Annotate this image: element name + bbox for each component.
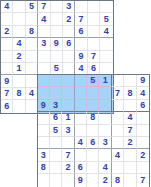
bottom-right-grid-cell-r1c8[interactable] — [124, 75, 136, 87]
bottom-right-grid-cell-r2c2[interactable] — [50, 87, 62, 99]
top-left-grid-cell-r1c2[interactable] — [13, 1, 25, 13]
top-left-grid-cell-r1c5[interactable] — [51, 1, 63, 13]
bottom-right-grid-cell-r9c3[interactable] — [62, 174, 74, 186]
bottom-right-grid-cell-r4c5[interactable]: 8 — [87, 112, 99, 124]
bottom-right-grid-cell-r4c1[interactable] — [38, 112, 50, 124]
top-left-grid-cell-r2c9[interactable]: 5 — [100, 13, 112, 25]
top-left-grid-cell-r2c6[interactable]: 2 — [63, 13, 75, 25]
bottom-right-grid-cell-r7c6[interactable] — [99, 149, 111, 161]
bottom-right-grid-cell-r8c4[interactable]: 6 — [75, 162, 87, 174]
top-left-grid-cell-r6c2[interactable]: 1 — [13, 63, 25, 75]
top-left-grid-cell-r1c4[interactable]: 7 — [38, 1, 50, 13]
bottom-right-grid-cell-r4c8[interactable]: 4 — [124, 112, 136, 124]
top-left-grid-cell-r4c3[interactable] — [26, 38, 38, 50]
top-left-grid-cell-r3c3[interactable]: 8 — [26, 26, 38, 38]
bottom-right-grid-cell-r4c9[interactable] — [137, 112, 149, 124]
top-left-grid-cell-r3c6[interactable] — [63, 26, 75, 38]
top-left-grid-cell-r4c6[interactable]: 6 — [63, 38, 75, 50]
bottom-right-grid-cell-r7c9[interactable]: 2 — [137, 149, 149, 161]
bottom-right-grid-cell-r8c8[interactable] — [124, 162, 136, 174]
bottom-right-grid-cell-r5c9[interactable] — [137, 125, 149, 137]
bottom-right-grid-cell-r4c3[interactable]: 1 — [62, 112, 74, 124]
top-left-grid-cell-r4c2[interactable]: 4 — [13, 38, 25, 50]
bottom-right-grid-cell-r6c4[interactable]: 4 — [75, 137, 87, 149]
top-left-grid-cell-r2c1[interactable] — [1, 13, 13, 25]
top-left-grid-cell-r2c2[interactable] — [13, 13, 25, 25]
bottom-right-grid-cell-r8c6[interactable]: 4 — [99, 162, 111, 174]
bottom-right-grid-cell-r1c1[interactable] — [38, 75, 50, 87]
bottom-right-grid-cell-r8c9[interactable] — [137, 162, 149, 174]
bottom-right-grid-cell-r8c2[interactable] — [50, 162, 62, 174]
bottom-right-grid-cell-r5c4[interactable] — [75, 125, 87, 137]
bottom-right-grid-cell-r6c2[interactable] — [50, 137, 62, 149]
bottom-right-grid-cell-r1c7[interactable] — [112, 75, 124, 87]
top-left-grid-cell-r5c1[interactable] — [1, 51, 13, 63]
bottom-right-grid-cell-r7c3[interactable]: 7 — [62, 149, 74, 161]
bottom-right-grid-cell-r9c2[interactable] — [50, 174, 62, 186]
bottom-right-grid-cell-r1c9[interactable]: 9 — [137, 75, 149, 87]
bottom-right-grid-cell-r5c3[interactable]: 3 — [62, 125, 74, 137]
top-left-grid-cell-r7c1[interactable]: 9 — [1, 75, 13, 87]
bottom-right-grid-cell-r9c9[interactable]: 7 — [137, 174, 149, 186]
top-left-grid-cell-r5c7[interactable]: 9 — [75, 51, 87, 63]
bottom-right-grid-cell-r5c5[interactable] — [87, 125, 99, 137]
bottom-right-grid-cell-r2c3[interactable] — [62, 87, 74, 99]
bottom-right-grid-cell-r2c9[interactable]: 4 — [137, 87, 149, 99]
bottom-right-grid-cell-r3c5[interactable] — [87, 100, 99, 112]
bottom-right-grid-cell-r6c9[interactable] — [137, 137, 149, 149]
bottom-right-grid-cell-r2c1[interactable] — [38, 87, 50, 99]
top-left-grid-cell-r3c5[interactable] — [51, 26, 63, 38]
bottom-right-grid-cell-r1c6[interactable]: 1 — [99, 75, 111, 87]
bottom-right-grid-cell-r7c2[interactable] — [50, 149, 62, 161]
bottom-right-grid-cell-r9c4[interactable]: 9 — [75, 174, 87, 186]
grid-bottom-right: 51978493661845374632374282649287 — [37, 74, 151, 187]
top-left-grid-cell-r3c4[interactable] — [38, 26, 50, 38]
top-left-grid-cell-r5c2[interactable]: 2 — [13, 51, 25, 63]
bottom-right-grid-cell-r3c7[interactable] — [112, 100, 124, 112]
top-left-grid-cell-r2c8[interactable] — [88, 13, 100, 25]
bottom-right-grid-cell-r8c1[interactable]: 8 — [38, 162, 50, 174]
bottom-right-grid-cell-r9c5[interactable] — [87, 174, 99, 186]
bottom-right-grid-cell-r8c5[interactable] — [87, 162, 99, 174]
top-left-grid-cell-r4c1[interactable] — [1, 38, 13, 50]
bottom-right-grid-cell-r2c7[interactable]: 7 — [112, 87, 124, 99]
top-left-grid-cell-r1c1[interactable]: 4 — [1, 1, 13, 13]
bottom-right-grid-cell-r5c8[interactable]: 7 — [124, 125, 136, 137]
bottom-right-grid-cell-r8c7[interactable] — [112, 162, 124, 174]
bottom-right-grid-cell-r3c2[interactable]: 3 — [50, 100, 62, 112]
bottom-right-grid-cell-r9c1[interactable] — [38, 174, 50, 186]
top-left-grid-cell-r2c7[interactable]: 7 — [75, 13, 87, 25]
bottom-right-grid-cell-r7c1[interactable]: 3 — [38, 149, 50, 161]
bottom-right-grid-cell-r4c2[interactable]: 6 — [50, 112, 62, 124]
bottom-right-grid-cell-r6c6[interactable]: 3 — [99, 137, 111, 149]
top-left-grid-cell-r4c5[interactable]: 9 — [51, 38, 63, 50]
bottom-right-grid-cell-r2c5[interactable] — [87, 87, 99, 99]
top-left-grid-cell-r5c8[interactable]: 7 — [88, 51, 100, 63]
bottom-right-grid-cell-r4c4[interactable] — [75, 112, 87, 124]
bottom-right-grid-cell-r9c8[interactable] — [124, 174, 136, 186]
top-left-grid-cell-r9c1[interactable]: 6 — [1, 100, 13, 112]
top-left-grid-cell-r4c7[interactable] — [75, 38, 87, 50]
top-left-grid-cell-r1c6[interactable]: 3 — [63, 1, 75, 13]
bottom-right-grid-cell-r5c1[interactable] — [38, 125, 50, 137]
top-left-grid-cell-r4c8[interactable] — [88, 38, 100, 50]
bottom-right-grid-cell-r2c8[interactable]: 8 — [124, 87, 136, 99]
bottom-right-grid-cell-r3c1[interactable]: 9 — [38, 100, 50, 112]
bottom-right-grid-cell-r4c7[interactable] — [112, 112, 124, 124]
bottom-right-grid-cell-r2c4[interactable] — [75, 87, 87, 99]
bottom-right-grid-cell-r5c7[interactable] — [112, 125, 124, 137]
bottom-right-grid-cell-r5c2[interactable]: 5 — [50, 125, 62, 137]
top-left-grid-cell-r5c3[interactable] — [26, 51, 38, 63]
bottom-right-grid-cell-r6c1[interactable] — [38, 137, 50, 149]
top-left-grid-cell-r3c7[interactable]: 6 — [75, 26, 87, 38]
bottom-right-grid-cell-r1c2[interactable] — [50, 75, 62, 87]
bottom-right-grid-cell-r8c3[interactable]: 2 — [62, 162, 74, 174]
bottom-right-grid-cell-r3c8[interactable] — [124, 100, 136, 112]
bottom-right-grid-cell-r1c5[interactable]: 5 — [87, 75, 99, 87]
bottom-right-grid-cell-r1c3[interactable] — [62, 75, 74, 87]
bottom-right-grid-cell-r4c6[interactable] — [99, 112, 111, 124]
top-left-grid-cell-r6c1[interactable] — [1, 63, 13, 75]
bottom-right-grid-cell-r3c9[interactable]: 6 — [137, 100, 149, 112]
top-left-grid-cell-r5c5[interactable] — [51, 51, 63, 63]
top-left-grid-cell-r3c8[interactable] — [88, 26, 100, 38]
top-left-grid-cell-r3c2[interactable] — [13, 26, 25, 38]
top-left-grid-cell-r1c7[interactable] — [75, 1, 87, 13]
bottom-right-grid-cell-r6c3[interactable] — [62, 137, 74, 149]
bottom-right-grid-cell-r9c6[interactable]: 2 — [99, 174, 111, 186]
top-left-grid-cell-r5c9[interactable] — [100, 51, 112, 63]
bottom-right-grid-cell-r1c4[interactable] — [75, 75, 87, 87]
top-left-grid-cell-r1c8[interactable] — [88, 1, 100, 13]
bottom-right-grid-cell-r6c5[interactable]: 6 — [87, 137, 99, 149]
top-left-grid-cell-r2c5[interactable] — [51, 13, 63, 25]
top-left-grid-cell-r7c2[interactable] — [13, 75, 25, 87]
top-left-grid-cell-r5c4[interactable] — [38, 51, 50, 63]
bottom-right-grid-cell-r3c3[interactable] — [62, 100, 74, 112]
bottom-right-grid-cell-r6c7[interactable] — [112, 137, 124, 149]
top-left-grid-cell-r3c1[interactable]: 2 — [1, 26, 13, 38]
bottom-right-grid-cell-r7c5[interactable] — [87, 149, 99, 161]
bottom-right-grid-cell-r3c6[interactable] — [99, 100, 111, 112]
bottom-right-grid-cell-r7c4[interactable] — [75, 149, 87, 161]
bottom-right-grid-cell-r9c7[interactable]: 8 — [112, 174, 124, 186]
twodoku-board: 45734275286443962971546951784693 5197849… — [0, 0, 150, 187]
bottom-right-grid-cell-r7c7[interactable]: 4 — [112, 149, 124, 161]
top-left-grid-cell-r4c9[interactable] — [100, 38, 112, 50]
top-left-grid-cell-r3c9[interactable]: 4 — [100, 26, 112, 38]
bottom-right-grid-cell-r6c8[interactable]: 2 — [124, 137, 136, 149]
bottom-right-grid-cell-r5c6[interactable] — [99, 125, 111, 137]
top-left-grid-cell-r2c4[interactable]: 4 — [38, 13, 50, 25]
bottom-right-grid-cell-r7c8[interactable] — [124, 149, 136, 161]
top-left-grid-cell-r1c3[interactable]: 5 — [26, 1, 38, 13]
top-left-grid-cell-r2c3[interactable] — [26, 13, 38, 25]
top-left-grid-cell-r8c1[interactable]: 7 — [1, 88, 13, 100]
top-left-grid-cell-r8c2[interactable]: 8 — [13, 88, 25, 100]
top-left-grid-cell-r9c2[interactable] — [13, 100, 25, 112]
top-left-grid-cell-r1c9[interactable] — [100, 1, 112, 13]
bottom-right-grid-cell-r2c6[interactable] — [99, 87, 111, 99]
top-left-grid-cell-r5c6[interactable] — [63, 51, 75, 63]
top-left-grid-cell-r4c4[interactable]: 3 — [38, 38, 50, 50]
bottom-right-grid-cell-r3c4[interactable] — [75, 100, 87, 112]
